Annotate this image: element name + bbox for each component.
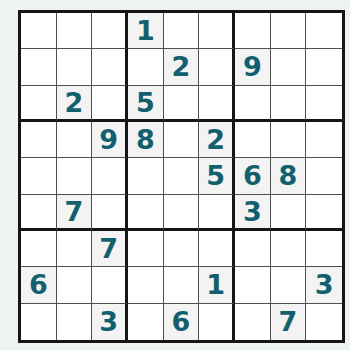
cell-r2c3-empty[interactable] xyxy=(92,49,128,85)
cell-r1c6-empty[interactable] xyxy=(199,13,235,49)
cell-r9c6-empty[interactable] xyxy=(199,304,235,340)
cell-r7c6-empty[interactable] xyxy=(199,231,235,267)
cell-r8c7-empty[interactable] xyxy=(235,267,271,303)
cell-r8c3-empty[interactable] xyxy=(92,267,128,303)
cell-r7c4-empty[interactable] xyxy=(128,231,164,267)
cell-r9c7-empty[interactable] xyxy=(235,304,271,340)
cell-r4c8-empty[interactable] xyxy=(271,122,307,158)
cell-r3c4-given: 5 xyxy=(128,86,164,122)
cell-r4c7-empty[interactable] xyxy=(235,122,271,158)
cell-r5c7-given: 6 xyxy=(235,158,271,194)
cell-r8c1-given: 6 xyxy=(21,267,57,303)
cell-r9c9-empty[interactable] xyxy=(306,304,342,340)
cell-r3c5-empty[interactable] xyxy=(164,86,200,122)
cell-r4c2-empty[interactable] xyxy=(57,122,93,158)
cell-r5c3-empty[interactable] xyxy=(92,158,128,194)
cell-r1c9-empty[interactable] xyxy=(306,13,342,49)
cell-r9c5-given: 6 xyxy=(164,304,200,340)
cell-r7c5-empty[interactable] xyxy=(164,231,200,267)
cell-r7c8-empty[interactable] xyxy=(271,231,307,267)
cell-r3c7-empty[interactable] xyxy=(235,86,271,122)
cell-r6c2-given: 7 xyxy=(57,195,93,231)
cell-r2c1-empty[interactable] xyxy=(21,49,57,85)
cell-r9c2-empty[interactable] xyxy=(57,304,93,340)
cell-r9c4-empty[interactable] xyxy=(128,304,164,340)
cell-r4c5-empty[interactable] xyxy=(164,122,200,158)
cell-r5c4-empty[interactable] xyxy=(128,158,164,194)
cell-r9c1-empty[interactable] xyxy=(21,304,57,340)
cell-r5c9-empty[interactable] xyxy=(306,158,342,194)
cell-r7c7-empty[interactable] xyxy=(235,231,271,267)
cell-r3c3-empty[interactable] xyxy=(92,86,128,122)
cell-r8c4-empty[interactable] xyxy=(128,267,164,303)
cell-r2c4-empty[interactable] xyxy=(128,49,164,85)
cell-r1c4-given: 1 xyxy=(128,13,164,49)
cell-r2c5-given: 2 xyxy=(164,49,200,85)
sudoku-board: 12925982568737613367 xyxy=(18,10,345,343)
cell-r5c6-given: 5 xyxy=(199,158,235,194)
cell-r6c1-empty[interactable] xyxy=(21,195,57,231)
cell-r9c3-given: 3 xyxy=(92,304,128,340)
cell-r6c3-empty[interactable] xyxy=(92,195,128,231)
cell-r8c5-empty[interactable] xyxy=(164,267,200,303)
cell-r7c1-empty[interactable] xyxy=(21,231,57,267)
cell-r6c4-empty[interactable] xyxy=(128,195,164,231)
cell-r4c1-empty[interactable] xyxy=(21,122,57,158)
sudoku-page: 12925982568737613367 xyxy=(0,0,350,350)
cell-r8c2-empty[interactable] xyxy=(57,267,93,303)
cell-r6c8-empty[interactable] xyxy=(271,195,307,231)
cell-r4c6-given: 2 xyxy=(199,122,235,158)
cell-r3c1-empty[interactable] xyxy=(21,86,57,122)
cell-r3c6-empty[interactable] xyxy=(199,86,235,122)
cell-r5c8-given: 8 xyxy=(271,158,307,194)
cell-r5c5-empty[interactable] xyxy=(164,158,200,194)
cell-r7c2-empty[interactable] xyxy=(57,231,93,267)
cell-r8c6-given: 1 xyxy=(199,267,235,303)
cell-r4c4-given: 8 xyxy=(128,122,164,158)
cell-r3c8-empty[interactable] xyxy=(271,86,307,122)
cell-r9c8-given: 7 xyxy=(271,304,307,340)
cell-r6c6-empty[interactable] xyxy=(199,195,235,231)
cell-r8c8-empty[interactable] xyxy=(271,267,307,303)
cell-r5c2-empty[interactable] xyxy=(57,158,93,194)
cell-r2c8-empty[interactable] xyxy=(271,49,307,85)
cell-r1c7-empty[interactable] xyxy=(235,13,271,49)
cell-r8c9-given: 3 xyxy=(306,267,342,303)
cell-r4c9-empty[interactable] xyxy=(306,122,342,158)
cell-r1c2-empty[interactable] xyxy=(57,13,93,49)
cell-r1c3-empty[interactable] xyxy=(92,13,128,49)
cell-r6c5-empty[interactable] xyxy=(164,195,200,231)
cell-r7c9-empty[interactable] xyxy=(306,231,342,267)
cell-r2c2-empty[interactable] xyxy=(57,49,93,85)
cell-r7c3-given: 7 xyxy=(92,231,128,267)
cell-r3c9-empty[interactable] xyxy=(306,86,342,122)
cell-r2c6-empty[interactable] xyxy=(199,49,235,85)
cell-r2c9-empty[interactable] xyxy=(306,49,342,85)
cell-r6c9-empty[interactable] xyxy=(306,195,342,231)
cell-r6c7-given: 3 xyxy=(235,195,271,231)
cell-r3c2-given: 2 xyxy=(57,86,93,122)
cell-r2c7-given: 9 xyxy=(235,49,271,85)
cell-r1c8-empty[interactable] xyxy=(271,13,307,49)
cell-r1c5-empty[interactable] xyxy=(164,13,200,49)
cell-r4c3-given: 9 xyxy=(92,122,128,158)
cell-r1c1-empty[interactable] xyxy=(21,13,57,49)
cell-r5c1-empty[interactable] xyxy=(21,158,57,194)
